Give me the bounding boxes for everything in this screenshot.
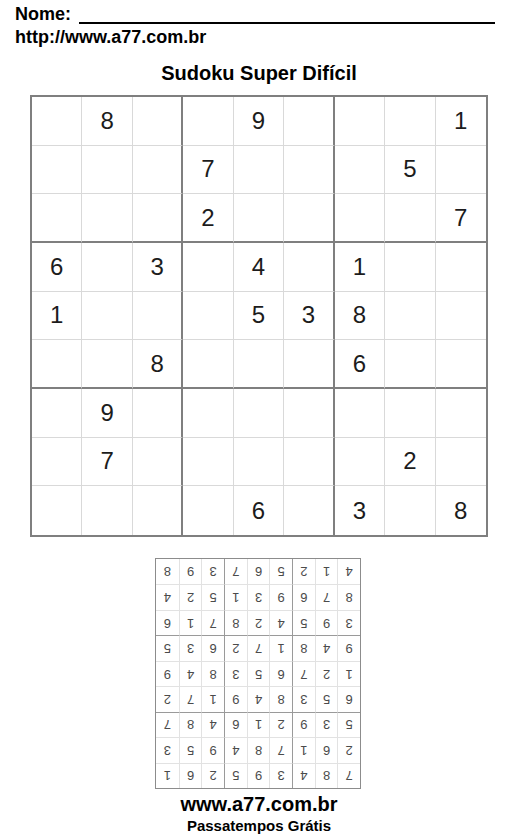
solution-cell-r8c3: 6 — [292, 584, 315, 609]
puzzle-cell-r2c7 — [335, 146, 385, 195]
solution-cell-r7c3: 5 — [292, 610, 315, 635]
puzzle-cell-r6c3: 8 — [133, 340, 183, 389]
puzzle-cell-r1c4 — [183, 97, 233, 146]
solution-cell-r9c8: 9 — [179, 559, 202, 584]
puzzle-cell-r5c7: 8 — [335, 292, 385, 341]
puzzle-cell-r8c7 — [335, 438, 385, 487]
puzzle-cell-r5c1: 1 — [32, 292, 82, 341]
puzzle-cell-r9c2 — [82, 486, 132, 535]
footer: www.a77.com.br Passatempos Grátis — [0, 793, 518, 835]
sudoku-solution-grid-rotated: 7843952612617849535392164876538491721276… — [155, 558, 361, 789]
solution-cell-r6c1: 9 — [337, 635, 360, 660]
solution-cell-r1c7: 2 — [201, 763, 224, 788]
solution-cell-r6c5: 7 — [247, 635, 270, 660]
puzzle-cell-r8c9 — [436, 438, 486, 487]
solution-cell-r7c6: 8 — [224, 610, 247, 635]
solution-cell-r3c8: 8 — [179, 712, 202, 737]
puzzle-cell-r8c6 — [284, 438, 334, 487]
header: Nome: http://www.a77.com.br — [15, 4, 495, 48]
solution-cell-r1c5: 9 — [247, 763, 270, 788]
puzzle-cell-r3c8 — [385, 194, 435, 243]
solution-cell-r8c5: 3 — [247, 584, 270, 609]
solution-cell-r1c4: 3 — [269, 763, 292, 788]
solution-cell-r8c7: 5 — [201, 584, 224, 609]
puzzle-cell-r9c3 — [133, 486, 183, 535]
puzzle-cell-r5c6: 3 — [284, 292, 334, 341]
solution-cell-r6c4: 1 — [269, 635, 292, 660]
puzzle-cell-r9c4 — [183, 486, 233, 535]
solution-cell-r1c2: 8 — [315, 763, 338, 788]
puzzle-cell-r9c8 — [385, 486, 435, 535]
solution-cell-r1c8: 6 — [179, 763, 202, 788]
solution-cell-r2c7: 9 — [201, 737, 224, 762]
solution-cell-r9c9: 8 — [156, 559, 179, 584]
puzzle-cell-r3c3 — [133, 194, 183, 243]
solution-cell-r3c2: 3 — [315, 712, 338, 737]
solution-cell-r7c5: 2 — [247, 610, 270, 635]
solution-cell-r8c8: 2 — [179, 584, 202, 609]
solution-cell-r2c6: 4 — [224, 737, 247, 762]
solution-cell-r8c4: 9 — [269, 584, 292, 609]
puzzle-cell-r5c3 — [133, 292, 183, 341]
puzzle-cell-r8c8: 2 — [385, 438, 435, 487]
puzzle-cell-r1c9: 1 — [436, 97, 486, 146]
solution-cell-r1c1: 7 — [337, 763, 360, 788]
puzzle-cell-r4c5: 4 — [234, 243, 284, 292]
puzzle-cell-r4c7: 1 — [335, 243, 385, 292]
puzzle-cell-r9c7: 3 — [335, 486, 385, 535]
solution-cell-r7c9: 6 — [156, 610, 179, 635]
solution-cell-r9c2: 1 — [315, 559, 338, 584]
puzzle-cell-r4c2 — [82, 243, 132, 292]
puzzle-cell-r7c3 — [133, 389, 183, 438]
solution-cell-r8c2: 7 — [315, 584, 338, 609]
puzzle-cell-r3c9: 7 — [436, 194, 486, 243]
solution-cell-r8c9: 4 — [156, 584, 179, 609]
solution-cell-r2c5: 8 — [247, 737, 270, 762]
solution-cell-r7c7: 7 — [201, 610, 224, 635]
solution-cell-r5c7: 8 — [201, 661, 224, 686]
solution-cell-r9c7: 3 — [201, 559, 224, 584]
puzzle-cell-r1c7 — [335, 97, 385, 146]
puzzle-cell-r4c9 — [436, 243, 486, 292]
solution-cell-r9c1: 4 — [337, 559, 360, 584]
solution-cell-r1c3: 4 — [292, 763, 315, 788]
solution-cell-r4c8: 7 — [179, 686, 202, 711]
puzzle-cell-r7c8 — [385, 389, 435, 438]
puzzle-cell-r6c6 — [284, 340, 334, 389]
solution-cell-r2c8: 5 — [179, 737, 202, 762]
puzzle-cell-r6c2 — [82, 340, 132, 389]
solution-cell-r3c9: 7 — [156, 712, 179, 737]
solution-cell-r6c2: 4 — [315, 635, 338, 660]
puzzle-cell-r1c5: 9 — [234, 97, 284, 146]
solution-cell-r6c8: 3 — [179, 635, 202, 660]
puzzle-cell-r7c4 — [183, 389, 233, 438]
puzzle-cell-r1c2: 8 — [82, 97, 132, 146]
solution-cell-r5c5: 5 — [247, 661, 270, 686]
puzzle-cell-r6c7: 6 — [335, 340, 385, 389]
solution-cell-r1c6: 5 — [224, 763, 247, 788]
solution-cell-r7c4: 4 — [269, 610, 292, 635]
solution-cell-r4c7: 1 — [201, 686, 224, 711]
sudoku-puzzle-grid: 89175276341153886972638 — [30, 95, 488, 537]
solution-cell-r3c1: 5 — [337, 712, 360, 737]
puzzle-cell-r4c8 — [385, 243, 435, 292]
puzzle-cell-r5c2 — [82, 292, 132, 341]
puzzle-cell-r7c2: 9 — [82, 389, 132, 438]
name-label: Nome: — [15, 4, 71, 24]
puzzle-cell-r2c2 — [82, 146, 132, 195]
puzzle-cell-r4c3: 3 — [133, 243, 183, 292]
puzzle-cell-r2c5 — [234, 146, 284, 195]
puzzle-cell-r7c1 — [32, 389, 82, 438]
solution-cell-r6c7: 6 — [201, 635, 224, 660]
solution-cell-r7c8: 1 — [179, 610, 202, 635]
solution-cell-r4c5: 4 — [247, 686, 270, 711]
puzzle-cell-r3c4: 2 — [183, 194, 233, 243]
puzzle-cell-r8c4 — [183, 438, 233, 487]
puzzle-cell-r1c8 — [385, 97, 435, 146]
puzzle-cell-r7c9 — [436, 389, 486, 438]
solution-cell-r8c1: 8 — [337, 584, 360, 609]
solution-cell-r3c3: 9 — [292, 712, 315, 737]
solution-cell-r3c7: 4 — [201, 712, 224, 737]
puzzle-cell-r8c2: 7 — [82, 438, 132, 487]
solution-cell-r4c3: 3 — [292, 686, 315, 711]
puzzle-cell-r9c9: 8 — [436, 486, 486, 535]
puzzle-cell-r2c3 — [133, 146, 183, 195]
puzzle-cell-r3c6 — [284, 194, 334, 243]
solution-cell-r4c9: 2 — [156, 686, 179, 711]
site-url: http://www.a77.com.br — [15, 26, 495, 48]
puzzle-cell-r3c2 — [82, 194, 132, 243]
solution-cell-r6c6: 2 — [224, 635, 247, 660]
solution-cell-r2c2: 6 — [315, 737, 338, 762]
solution-cell-r4c2: 5 — [315, 686, 338, 711]
solution-cell-r5c9: 9 — [156, 661, 179, 686]
puzzle-cell-r1c3 — [133, 97, 183, 146]
puzzle-cell-r8c1 — [32, 438, 82, 487]
name-row: Nome: — [15, 4, 495, 24]
solution-cell-r4c6: 9 — [224, 686, 247, 711]
solution-cell-r6c9: 5 — [156, 635, 179, 660]
puzzle-cell-r6c1 — [32, 340, 82, 389]
puzzle-cell-r6c4 — [183, 340, 233, 389]
solution-cell-r3c4: 2 — [269, 712, 292, 737]
solution-cell-r2c4: 7 — [269, 737, 292, 762]
puzzle-cell-r3c7 — [335, 194, 385, 243]
solution-cell-r2c3: 1 — [292, 737, 315, 762]
solution-cell-r7c1: 3 — [337, 610, 360, 635]
solution-cell-r8c6: 1 — [224, 584, 247, 609]
puzzle-cell-r7c7 — [335, 389, 385, 438]
puzzle-cell-r9c1 — [32, 486, 82, 535]
puzzle-cell-r5c4 — [183, 292, 233, 341]
solution-cell-r5c1: 1 — [337, 661, 360, 686]
puzzle-cell-r7c5 — [234, 389, 284, 438]
solution-cell-r4c1: 6 — [337, 686, 360, 711]
solution-cell-r5c3: 7 — [292, 661, 315, 686]
footer-tagline: Passatempos Grátis — [0, 817, 518, 835]
solution-cell-r2c9: 3 — [156, 737, 179, 762]
puzzle-cell-r1c6 — [284, 97, 334, 146]
solution-cell-r5c6: 3 — [224, 661, 247, 686]
solution-cell-r9c6: 7 — [224, 559, 247, 584]
solution-cell-r1c9: 1 — [156, 763, 179, 788]
puzzle-cell-r6c5 — [234, 340, 284, 389]
solution-cell-r2c1: 2 — [337, 737, 360, 762]
puzzle-title: Sudoku Super Difícil — [0, 62, 518, 85]
puzzle-cell-r8c5 — [234, 438, 284, 487]
solution-cell-r9c4: 5 — [269, 559, 292, 584]
puzzle-cell-r9c6 — [284, 486, 334, 535]
puzzle-cell-r2c4: 7 — [183, 146, 233, 195]
solution-cell-r5c2: 2 — [315, 661, 338, 686]
puzzle-cell-r7c6 — [284, 389, 334, 438]
puzzle-cell-r5c9 — [436, 292, 486, 341]
solution-cell-r4c4: 8 — [269, 686, 292, 711]
solution-cell-r9c3: 2 — [292, 559, 315, 584]
name-blank-line — [79, 8, 495, 24]
solution-cell-r3c6: 6 — [224, 712, 247, 737]
puzzle-cell-r2c1 — [32, 146, 82, 195]
puzzle-cell-r4c6 — [284, 243, 334, 292]
puzzle-cell-r9c5: 6 — [234, 486, 284, 535]
puzzle-cell-r1c1 — [32, 97, 82, 146]
puzzle-cell-r5c8 — [385, 292, 435, 341]
puzzle-cell-r2c8: 5 — [385, 146, 435, 195]
puzzle-cell-r6c8 — [385, 340, 435, 389]
puzzle-cell-r4c4 — [183, 243, 233, 292]
solution-cell-r3c5: 1 — [247, 712, 270, 737]
solution-cell-r5c8: 4 — [179, 661, 202, 686]
puzzle-cell-r5c5: 5 — [234, 292, 284, 341]
puzzle-cell-r3c1 — [32, 194, 82, 243]
puzzle-cell-r2c6 — [284, 146, 334, 195]
puzzle-cell-r8c3 — [133, 438, 183, 487]
solution-cell-r6c3: 8 — [292, 635, 315, 660]
puzzle-cell-r2c9 — [436, 146, 486, 195]
footer-site: www.a77.com.br — [0, 793, 518, 815]
puzzle-cell-r6c9 — [436, 340, 486, 389]
puzzle-cell-r3c5 — [234, 194, 284, 243]
puzzle-cell-r4c1: 6 — [32, 243, 82, 292]
solution-cell-r5c4: 6 — [269, 661, 292, 686]
solution-cell-r9c5: 6 — [247, 559, 270, 584]
solution-cell-r7c2: 9 — [315, 610, 338, 635]
